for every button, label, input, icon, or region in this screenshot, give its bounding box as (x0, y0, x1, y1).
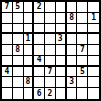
cell-r5c8[interactable]: 7 (77, 45, 88, 56)
cell-r1c2[interactable]: 5 (13, 2, 24, 13)
cell-r2c3[interactable] (24, 13, 35, 24)
cell-r4c9[interactable] (88, 34, 99, 45)
cell-r7c8[interactable]: 5 (77, 67, 88, 78)
cell-r5c7[interactable] (67, 45, 78, 56)
cell-r4c8[interactable] (77, 34, 88, 45)
cell-r3c9[interactable] (88, 24, 99, 35)
cell-r2c1[interactable] (2, 13, 13, 24)
cell-r7c2[interactable] (13, 67, 24, 78)
cell-r6c1[interactable] (2, 56, 13, 67)
cell-r4c7[interactable] (67, 34, 78, 45)
cell-r9c7[interactable] (67, 88, 78, 99)
cell-r5c6[interactable] (56, 45, 67, 56)
cell-r7c7[interactable] (67, 67, 78, 78)
cell-r1c4[interactable]: 2 (34, 2, 45, 13)
cell-r3c4[interactable] (34, 24, 45, 35)
cell-r5c4[interactable] (34, 45, 45, 56)
cell-r4c4[interactable] (34, 34, 45, 45)
cell-r3c7[interactable] (67, 24, 78, 35)
cell-r3c2[interactable] (13, 24, 24, 35)
cell-r6c6[interactable] (56, 56, 67, 67)
cell-r2c2[interactable] (13, 13, 24, 24)
cell-r8c7[interactable]: 3 (67, 77, 78, 88)
cell-r1c8[interactable] (77, 2, 88, 13)
cell-r9c5[interactable]: 2 (45, 88, 56, 99)
cell-r9c3[interactable] (24, 88, 35, 99)
cell-r8c5[interactable] (45, 77, 56, 88)
cell-r9c1[interactable] (2, 88, 13, 99)
cell-r6c5[interactable] (45, 56, 56, 67)
cell-r6c7[interactable] (67, 56, 78, 67)
cell-r8c6[interactable] (56, 77, 67, 88)
cell-r8c9[interactable] (88, 77, 99, 88)
cell-r2c7[interactable]: 8 (67, 13, 78, 24)
cell-r6c8[interactable] (77, 56, 88, 67)
cell-r1c6[interactable] (56, 2, 67, 13)
cell-r7c1[interactable]: 4 (2, 67, 13, 78)
cell-r1c1[interactable]: 7 (2, 2, 13, 13)
cell-r4c2[interactable] (13, 34, 24, 45)
cell-r3c3[interactable] (24, 24, 35, 35)
cell-r2c4[interactable] (34, 13, 45, 24)
cell-r1c3[interactable] (24, 2, 35, 13)
cell-r1c7[interactable] (67, 2, 78, 13)
cell-r8c4[interactable] (34, 77, 45, 88)
cell-r9c4[interactable]: 6 (34, 88, 45, 99)
cell-r6c2[interactable] (13, 56, 24, 67)
cell-r9c9[interactable] (88, 88, 99, 99)
cell-r8c1[interactable] (2, 77, 13, 88)
cell-r9c2[interactable] (13, 88, 24, 99)
cell-r5c1[interactable] (2, 45, 13, 56)
cell-r7c9[interactable] (88, 67, 99, 78)
cell-r2c9[interactable]: 1 (88, 13, 99, 24)
cell-r6c9[interactable] (88, 56, 99, 67)
cell-r1c5[interactable] (45, 2, 56, 13)
cell-r8c8[interactable] (77, 77, 88, 88)
cell-r5c5[interactable] (45, 45, 56, 56)
cell-r9c8[interactable] (77, 88, 88, 99)
cell-r4c5[interactable] (45, 34, 56, 45)
cell-r4c3[interactable]: 1 (24, 34, 35, 45)
cell-r6c3[interactable] (24, 56, 35, 67)
cell-r3c8[interactable] (77, 24, 88, 35)
cell-r4c6[interactable]: 3 (56, 34, 67, 45)
cell-r8c3[interactable]: 8 (24, 77, 35, 88)
cell-r6c4[interactable]: 4 (34, 56, 45, 67)
cell-r2c5[interactable] (45, 13, 56, 24)
cell-r4c1[interactable] (2, 34, 13, 45)
cell-r7c3[interactable] (24, 67, 35, 78)
cell-r3c5[interactable] (45, 24, 56, 35)
cell-r3c6[interactable] (56, 24, 67, 35)
cell-r1c9[interactable] (88, 2, 99, 13)
sudoku-board: 75281138744758362 (0, 0, 101, 101)
cell-r7c5[interactable]: 7 (45, 67, 56, 78)
cell-r5c3[interactable] (24, 45, 35, 56)
cell-r5c9[interactable] (88, 45, 99, 56)
cell-r8c2[interactable] (13, 77, 24, 88)
cell-r7c6[interactable] (56, 67, 67, 78)
cell-r2c8[interactable] (77, 13, 88, 24)
cell-r9c6[interactable] (56, 88, 67, 99)
cell-r7c4[interactable] (34, 67, 45, 78)
cell-r2c6[interactable] (56, 13, 67, 24)
cell-r3c1[interactable] (2, 24, 13, 35)
cell-r5c2[interactable]: 8 (13, 45, 24, 56)
